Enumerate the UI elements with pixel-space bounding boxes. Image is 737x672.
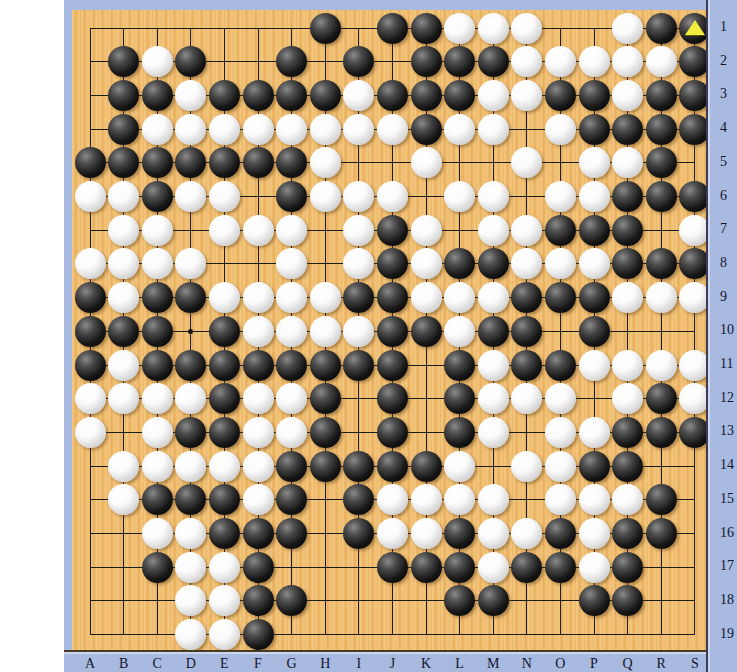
stone-white: [511, 46, 542, 77]
stone-white: [243, 417, 274, 448]
stone-black: [646, 181, 677, 212]
stone-black: [612, 181, 643, 212]
stone-black: [646, 13, 677, 44]
stone-white: [243, 215, 274, 246]
row-label: 13: [720, 423, 734, 439]
row-label: 15: [720, 491, 734, 507]
stone-black: [377, 350, 408, 381]
stone-white: [478, 350, 509, 381]
stone-black: [142, 316, 173, 347]
stone-black: [444, 248, 475, 279]
stone-white: [444, 181, 475, 212]
stone-white: [478, 114, 509, 145]
stone-white: [411, 147, 442, 178]
stone-black: [511, 552, 542, 583]
stone-black: [142, 147, 173, 178]
stone-black: [243, 350, 274, 381]
stone-black: [343, 518, 374, 549]
stone-black: [142, 181, 173, 212]
stone-white: [612, 13, 643, 44]
stone-black: [209, 383, 240, 414]
stone-white: [209, 114, 240, 145]
stone-black: [108, 46, 139, 77]
row-label: 14: [720, 457, 734, 473]
stone-black: [142, 80, 173, 111]
stone-black: [411, 114, 442, 145]
stone-white: [444, 316, 475, 347]
stone-black: [511, 316, 542, 347]
stone-white: [209, 552, 240, 583]
stone-black: [209, 147, 240, 178]
row-label: 7: [720, 221, 727, 237]
row-label: 2: [720, 53, 727, 69]
stone-white: [511, 451, 542, 482]
stone-black: [276, 147, 307, 178]
stone-white: [579, 484, 610, 515]
stone-white: [142, 451, 173, 482]
stone-black: [612, 518, 643, 549]
stone-white: [108, 484, 139, 515]
stone-white: [579, 518, 610, 549]
stone-black: [377, 282, 408, 313]
stone-white: [310, 114, 341, 145]
stone-white: [175, 383, 206, 414]
stone-white: [444, 282, 475, 313]
stone-white: [243, 316, 274, 347]
stone-white: [142, 46, 173, 77]
column-label: S: [691, 656, 699, 672]
stone-white: [511, 248, 542, 279]
stone-white: [579, 350, 610, 381]
stone-white: [612, 383, 643, 414]
stone-black: [377, 215, 408, 246]
stone-white: [545, 383, 576, 414]
stone-black: [411, 13, 442, 44]
stone-black: [444, 518, 475, 549]
stone-white: [411, 484, 442, 515]
stone-black: [209, 518, 240, 549]
stone-black: [612, 248, 643, 279]
stone-black: [310, 80, 341, 111]
stone-white: [209, 585, 240, 616]
stone-white: [175, 619, 206, 650]
stone-white: [478, 518, 509, 549]
stone-black: [646, 248, 677, 279]
stone-black: [646, 518, 677, 549]
frame-left: [64, 10, 72, 650]
row-label: 6: [720, 188, 727, 204]
stone-black: [243, 80, 274, 111]
stone-black: [209, 417, 240, 448]
stone-white: [343, 114, 374, 145]
stone-white: [478, 383, 509, 414]
stone-white: [209, 619, 240, 650]
column-label: F: [254, 656, 262, 672]
stone-white: [646, 282, 677, 313]
stone-white: [579, 417, 610, 448]
stone-black: [276, 451, 307, 482]
stone-white: [108, 181, 139, 212]
stone-white: [579, 181, 610, 212]
stone-white: [478, 181, 509, 212]
stone-white: [276, 383, 307, 414]
stone-white: [108, 451, 139, 482]
column-label: A: [85, 656, 95, 672]
stone-white: [108, 282, 139, 313]
stone-black: [612, 114, 643, 145]
stone-black: [411, 80, 442, 111]
stone-white: [276, 248, 307, 279]
stone-black: [646, 484, 677, 515]
stone-black: [343, 46, 374, 77]
stone-black: [209, 484, 240, 515]
stone-black: [175, 46, 206, 77]
stone-white: [444, 451, 475, 482]
stone-white: [310, 181, 341, 212]
stone-white: [511, 80, 542, 111]
stone-white: [142, 248, 173, 279]
row-label: 10: [720, 322, 734, 338]
column-label: N: [522, 656, 532, 672]
stone-white: [175, 451, 206, 482]
stone-black: [545, 518, 576, 549]
stone-black: [444, 552, 475, 583]
stone-white: [75, 248, 106, 279]
column-label: R: [657, 656, 666, 672]
stone-white: [276, 316, 307, 347]
stone-black: [276, 181, 307, 212]
stone-white: [478, 417, 509, 448]
stone-white: [478, 282, 509, 313]
row-label: 4: [720, 120, 727, 136]
stone-black: [175, 484, 206, 515]
column-label: Q: [623, 656, 633, 672]
stone-black: [175, 282, 206, 313]
stone-black: [612, 552, 643, 583]
stone-white: [243, 282, 274, 313]
stone-black: [175, 417, 206, 448]
stone-white: [579, 46, 610, 77]
stone-white: [175, 248, 206, 279]
row-coordinate-bar: 12345678910111213141516171819: [706, 0, 737, 672]
stone-white: [612, 147, 643, 178]
stone-black: [75, 147, 106, 178]
stone-white: [411, 248, 442, 279]
stone-black: [377, 552, 408, 583]
column-label: I: [356, 656, 361, 672]
stone-white: [108, 350, 139, 381]
stone-black: [343, 282, 374, 313]
stone-black: [377, 80, 408, 111]
stone-black: [310, 451, 341, 482]
stone-white: [545, 417, 576, 448]
stone-black: [444, 46, 475, 77]
stone-black: [276, 80, 307, 111]
row-label: 1: [720, 19, 727, 35]
stone-black: [75, 316, 106, 347]
stone-white: [478, 80, 509, 111]
stone-black: [276, 350, 307, 381]
stone-white: [343, 181, 374, 212]
last-move-marker: [685, 20, 705, 35]
stone-black: [478, 585, 509, 616]
stone-white: [243, 383, 274, 414]
column-label: E: [220, 656, 229, 672]
stone-white: [175, 114, 206, 145]
stone-white: [243, 451, 274, 482]
stone-black: [142, 350, 173, 381]
stone-white: [142, 114, 173, 145]
stone-black: [646, 383, 677, 414]
stone-black: [343, 350, 374, 381]
stone-black: [612, 417, 643, 448]
stone-black: [511, 282, 542, 313]
stone-black: [579, 80, 610, 111]
stone-white: [175, 80, 206, 111]
stone-white: [612, 350, 643, 381]
stone-white: [478, 484, 509, 515]
stone-black: [276, 484, 307, 515]
stone-white: [243, 114, 274, 145]
stone-black: [310, 13, 341, 44]
stone-black: [646, 417, 677, 448]
stone-white: [612, 282, 643, 313]
stone-black: [579, 114, 610, 145]
stone-white: [377, 518, 408, 549]
stone-white: [511, 383, 542, 414]
stone-black: [75, 282, 106, 313]
stone-black: [612, 585, 643, 616]
column-label: K: [421, 656, 431, 672]
stone-white: [343, 316, 374, 347]
stone-white: [343, 248, 374, 279]
stone-black: [478, 46, 509, 77]
stone-white: [377, 484, 408, 515]
stone-white: [612, 484, 643, 515]
stone-white: [511, 147, 542, 178]
row-label: 3: [720, 86, 727, 102]
star-point: [188, 329, 193, 334]
stone-white: [511, 518, 542, 549]
row-label: 18: [720, 592, 734, 608]
stone-black: [377, 316, 408, 347]
stone-white: [175, 552, 206, 583]
stone-white: [175, 518, 206, 549]
stone-white: [243, 484, 274, 515]
stone-white: [108, 248, 139, 279]
stone-white: [276, 114, 307, 145]
stone-white: [276, 417, 307, 448]
stone-white: [579, 248, 610, 279]
stone-black: [108, 316, 139, 347]
stone-white: [444, 114, 475, 145]
column-coordinate-bar: ABCDEFGHIJKLMNOPQRS: [64, 650, 706, 672]
stone-white: [579, 552, 610, 583]
column-label: M: [487, 656, 499, 672]
stone-black: [478, 248, 509, 279]
stone-white: [343, 80, 374, 111]
stone-black: [545, 215, 576, 246]
stone-white: [142, 518, 173, 549]
column-label: D: [186, 656, 196, 672]
row-label: 11: [720, 356, 733, 372]
stone-white: [75, 417, 106, 448]
go-app-window: 12345678910111213141516171819 ABCDEFGHIJ…: [0, 0, 737, 672]
stone-black: [310, 350, 341, 381]
stone-white: [310, 282, 341, 313]
stone-black: [511, 350, 542, 381]
stone-white: [276, 282, 307, 313]
stone-black: [411, 316, 442, 347]
stone-white: [75, 181, 106, 212]
stone-black: [75, 350, 106, 381]
stone-black: [545, 282, 576, 313]
stone-white: [142, 383, 173, 414]
stone-white: [75, 383, 106, 414]
stone-black: [646, 114, 677, 145]
stone-black: [444, 383, 475, 414]
column-label: J: [390, 656, 395, 672]
stone-black: [545, 552, 576, 583]
stone-white: [411, 215, 442, 246]
stone-white: [478, 552, 509, 583]
stone-black: [411, 552, 442, 583]
stone-black: [209, 316, 240, 347]
stone-black: [310, 417, 341, 448]
stone-black: [478, 316, 509, 347]
row-label: 12: [720, 390, 734, 406]
row-label: 17: [720, 558, 734, 574]
column-label: C: [153, 656, 162, 672]
stone-black: [579, 585, 610, 616]
stone-white: [209, 451, 240, 482]
column-label: H: [320, 656, 330, 672]
stone-white: [612, 80, 643, 111]
stone-white: [209, 215, 240, 246]
stone-black: [444, 80, 475, 111]
stone-white: [579, 147, 610, 178]
stone-black: [276, 585, 307, 616]
stone-black: [579, 316, 610, 347]
stone-white: [377, 181, 408, 212]
stone-black: [377, 248, 408, 279]
stone-white: [142, 215, 173, 246]
stone-black: [343, 484, 374, 515]
stone-white: [209, 282, 240, 313]
stone-white: [545, 181, 576, 212]
stone-white: [545, 248, 576, 279]
row-label: 19: [720, 626, 734, 642]
stone-white: [175, 585, 206, 616]
stone-white: [444, 13, 475, 44]
stone-black: [175, 350, 206, 381]
row-label: 8: [720, 255, 727, 271]
stone-black: [108, 80, 139, 111]
stone-white: [545, 451, 576, 482]
stone-white: [310, 147, 341, 178]
stone-black: [209, 350, 240, 381]
stone-black: [243, 518, 274, 549]
stone-white: [142, 417, 173, 448]
stone-black: [444, 585, 475, 616]
stone-white: [545, 484, 576, 515]
stone-white: [209, 181, 240, 212]
stone-white: [612, 46, 643, 77]
go-board[interactable]: [72, 10, 706, 650]
stone-white: [108, 215, 139, 246]
stone-black: [310, 383, 341, 414]
stone-white: [310, 316, 341, 347]
stone-white: [478, 13, 509, 44]
stone-black: [142, 282, 173, 313]
stone-black: [108, 114, 139, 145]
stone-black: [579, 215, 610, 246]
stone-black: [579, 451, 610, 482]
stone-black: [411, 451, 442, 482]
stone-black: [243, 585, 274, 616]
column-label: L: [455, 656, 464, 672]
stone-black: [377, 383, 408, 414]
stone-white: [545, 46, 576, 77]
stone-black: [243, 552, 274, 583]
stone-white: [175, 181, 206, 212]
frame-top: [64, 0, 737, 10]
stone-black: [142, 484, 173, 515]
stone-black: [243, 619, 274, 650]
stone-black: [377, 417, 408, 448]
stone-black: [646, 80, 677, 111]
column-label: B: [119, 656, 128, 672]
stone-white: [377, 114, 408, 145]
stone-black: [377, 451, 408, 482]
stone-white: [444, 484, 475, 515]
stone-black: [276, 46, 307, 77]
row-label: 16: [720, 525, 734, 541]
stone-black: [444, 350, 475, 381]
stone-black: [108, 147, 139, 178]
stone-black: [209, 80, 240, 111]
stone-black: [612, 215, 643, 246]
stone-white: [545, 114, 576, 145]
stone-white: [276, 215, 307, 246]
column-label: O: [555, 656, 565, 672]
stone-black: [175, 147, 206, 178]
stone-black: [545, 80, 576, 111]
stone-black: [276, 518, 307, 549]
stone-white: [646, 350, 677, 381]
stone-white: [511, 215, 542, 246]
stone-white: [478, 215, 509, 246]
stone-black: [579, 282, 610, 313]
stone-black: [612, 451, 643, 482]
stone-black: [646, 147, 677, 178]
stone-white: [511, 13, 542, 44]
row-label: 5: [720, 154, 727, 170]
column-label: G: [287, 656, 297, 672]
stone-white: [108, 383, 139, 414]
stone-black: [243, 147, 274, 178]
stone-white: [411, 518, 442, 549]
stone-black: [377, 13, 408, 44]
stone-white: [343, 215, 374, 246]
stone-black: [444, 417, 475, 448]
stone-white: [646, 46, 677, 77]
stone-black: [343, 451, 374, 482]
column-label: P: [590, 656, 598, 672]
row-label: 9: [720, 289, 727, 305]
stone-black: [545, 350, 576, 381]
stone-black: [142, 552, 173, 583]
